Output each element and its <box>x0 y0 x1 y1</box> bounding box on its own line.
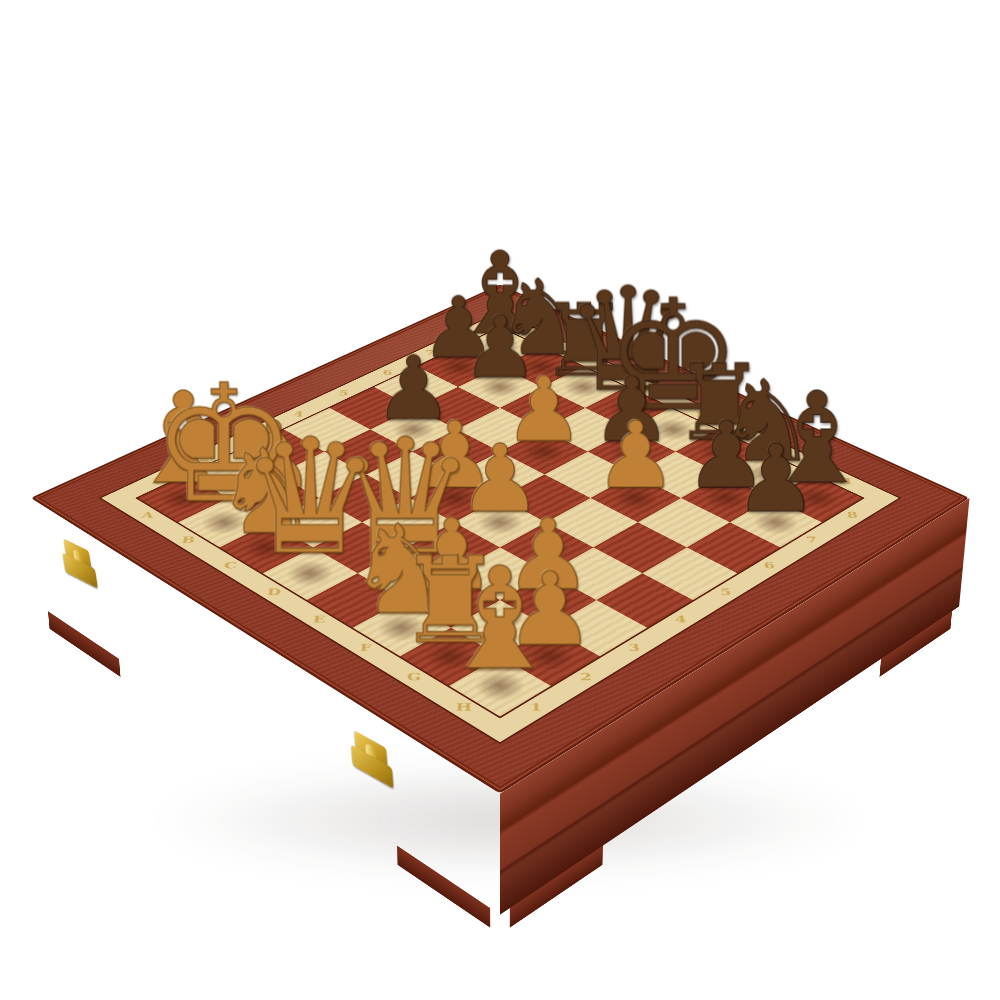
black-pawn-glyph: ♟ <box>734 433 818 526</box>
file-label-b: B <box>154 533 223 548</box>
scene: ABCDEFGH ABCDEFGH 87654321 87654321 ♝♞♜♛… <box>0 0 1000 1000</box>
rank-label-6: 6 <box>753 547 786 584</box>
rank-label-7: 7 <box>795 522 829 558</box>
file-label-h: H <box>427 698 500 716</box>
file-label-f: F <box>330 639 402 656</box>
square-g6 <box>638 498 730 547</box>
white-bishop-glyph: ♝ <box>437 549 564 690</box>
rank-label-4: 4 <box>665 600 697 639</box>
file-label-d: D <box>239 584 309 599</box>
rank-label-3: 3 <box>619 628 651 669</box>
rank-label-1: 1 <box>521 686 551 730</box>
square-h6 <box>687 522 780 573</box>
case-foot <box>510 846 603 928</box>
brass-latch <box>60 537 98 592</box>
rank-label-5: 5 <box>710 573 743 611</box>
case-foot <box>397 846 490 928</box>
case-foot <box>48 611 121 677</box>
brass-latch <box>350 728 394 793</box>
square-h5 <box>642 547 737 600</box>
rank-label-2: 2 <box>571 656 602 698</box>
square-g5 <box>593 522 686 573</box>
case-foot <box>879 611 952 677</box>
file-label-e: E <box>284 611 355 627</box>
square-h4 <box>596 573 692 627</box>
white-pawn-glyph: ♟ <box>595 410 678 502</box>
rank-label-8: 8 <box>836 498 870 533</box>
